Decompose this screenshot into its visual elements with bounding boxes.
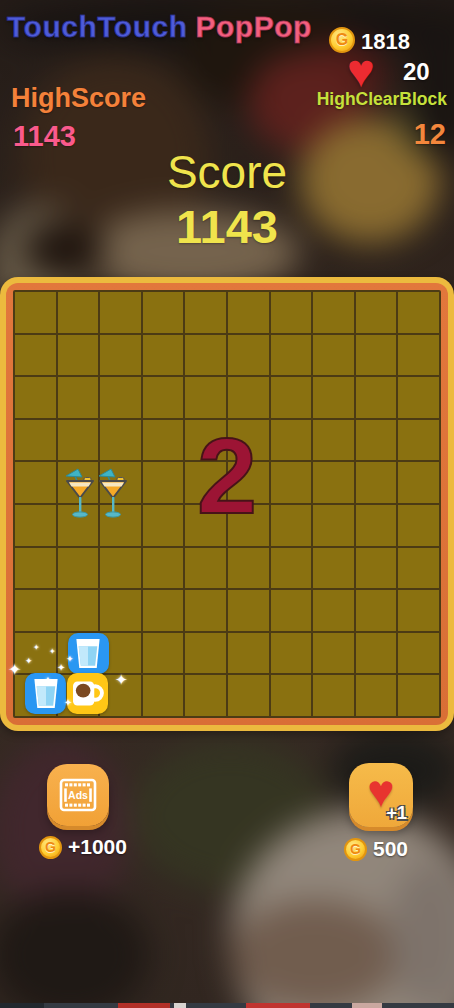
high-score-value: 1143 (13, 121, 76, 151)
coin-letter: G (45, 840, 56, 855)
countdown-number: 2 (13, 422, 441, 530)
sparkle-effect: ✦ (57, 663, 65, 673)
sparkle-effect: ✦ (44, 676, 52, 685)
game-board[interactable]: ✦✦✦✦✦✦✦✦✦ 2 (0, 277, 454, 731)
title-poppop: PopPop (196, 10, 312, 43)
film-ads-icon: Ads (57, 775, 99, 815)
heart-cost-amount: 500 (373, 838, 408, 860)
bottom-edge-strip (0, 1003, 454, 1008)
title-touchtouch: TouchTouch (7, 10, 188, 43)
score-label: Score (0, 148, 454, 196)
coin-icon: G (344, 838, 367, 861)
heart-gain-badge: +1 (386, 803, 407, 824)
high-clear-block-value: 12 (414, 119, 446, 149)
ads-label: Ads (68, 789, 88, 801)
coin-icon: G (39, 836, 62, 859)
ads-reward: G +1000 (39, 836, 127, 859)
buy-heart-button[interactable]: ♥ +1 (349, 763, 413, 827)
sparkle-effect: ✦ (25, 657, 33, 666)
heart-cost: G 500 (344, 838, 408, 861)
high-clear-block-label: HighClearBlock (317, 90, 447, 108)
board-frame: ✦✦✦✦✦✦✦✦✦ 2 (6, 283, 448, 725)
coin-letter: G (350, 842, 361, 857)
score-value: 1143 (0, 202, 454, 251)
page-title: TouchTouchPopPop (7, 11, 312, 43)
sparkle-effect: ✦ (8, 662, 21, 678)
watch-ads-button[interactable]: Ads (47, 764, 109, 826)
sparkle-effect: ✦ (66, 655, 74, 664)
sparkle-effect: ✦ (64, 698, 72, 708)
ads-reward-amount: +1000 (68, 836, 127, 858)
sparkle-effect: ✦ (115, 672, 128, 687)
heart-count: 20 (403, 59, 430, 84)
sparkle-effect: ✦ (33, 644, 40, 652)
sparkle-effect: ✦ (49, 648, 56, 656)
app-screen: TouchTouchPopPop G 1818 ♥ 20 HighClearBl… (0, 0, 454, 1008)
high-score-label: HighScore (11, 84, 146, 112)
heart-icon: ♥ (347, 46, 375, 95)
